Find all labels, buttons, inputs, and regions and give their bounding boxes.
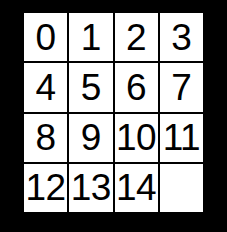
- tile-3[interactable]: 3: [160, 13, 203, 61]
- tile-5[interactable]: 5: [69, 63, 112, 111]
- tile-8[interactable]: 8: [24, 114, 67, 162]
- puzzle-board: 0 1 2 3 4 5 6 7 8 9 10 11 12 13 14: [22, 11, 205, 214]
- tile-7[interactable]: 7: [160, 63, 203, 111]
- blank-cell: [160, 164, 203, 212]
- tile-0[interactable]: 0: [24, 13, 67, 61]
- tile-1[interactable]: 1: [69, 13, 112, 61]
- tile-10[interactable]: 10: [115, 114, 158, 162]
- tile-6[interactable]: 6: [115, 63, 158, 111]
- tile-11[interactable]: 11: [160, 114, 203, 162]
- tile-2[interactable]: 2: [115, 13, 158, 61]
- tile-13[interactable]: 13: [69, 164, 112, 212]
- tile-14[interactable]: 14: [115, 164, 158, 212]
- tile-4[interactable]: 4: [24, 63, 67, 111]
- tile-12[interactable]: 12: [24, 164, 67, 212]
- tile-9[interactable]: 9: [69, 114, 112, 162]
